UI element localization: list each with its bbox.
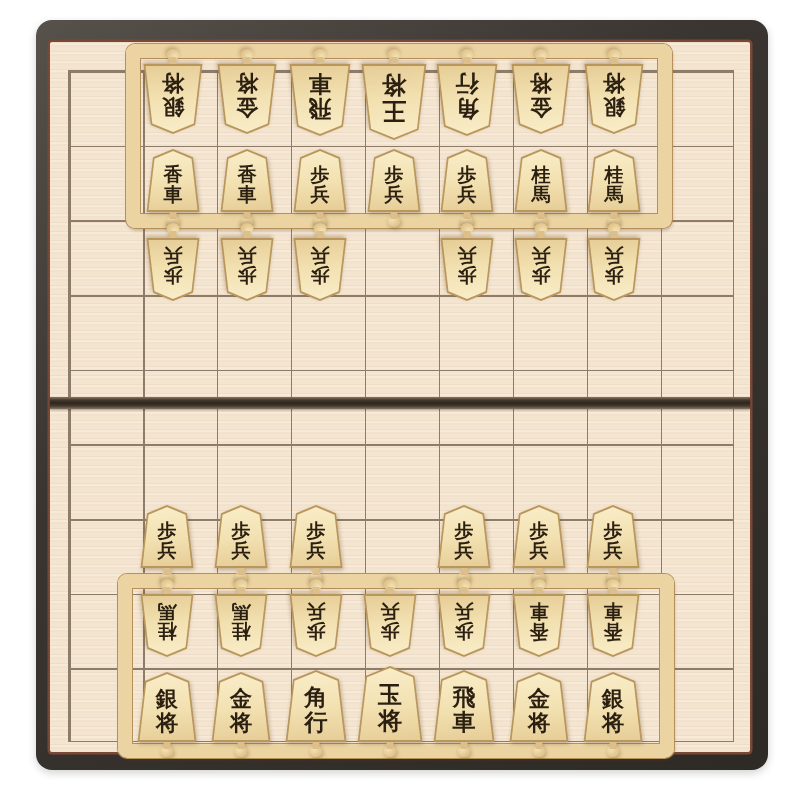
piece-body: 香車 xyxy=(146,149,200,212)
piece-body: 歩兵 xyxy=(363,594,417,657)
shogi-piece[interactable]: 香車 xyxy=(220,149,274,212)
piece-body: 飛車 xyxy=(433,670,495,742)
piece-kanji: 歩兵 xyxy=(164,246,183,286)
piece-body: 銀将 xyxy=(143,64,203,134)
piece-kanji: 歩兵 xyxy=(311,246,330,286)
piece-body: 角行 xyxy=(285,670,347,742)
shogi-piece[interactable]: 飛車 xyxy=(433,670,495,742)
piece-body: 金将 xyxy=(511,64,571,134)
piece-kanji: 金将 xyxy=(230,687,252,734)
piece-kanji: 歩兵 xyxy=(311,164,330,204)
piece-body: 金将 xyxy=(509,672,569,742)
piece-kanji: 金将 xyxy=(530,72,552,119)
piece-kanji: 玉将 xyxy=(378,682,402,733)
shogi-piece[interactable]: 銀将 xyxy=(143,64,203,134)
shogi-piece[interactable]: 桂馬 xyxy=(587,149,641,212)
piece-kanji: 桂馬 xyxy=(232,602,251,642)
piece-kanji: 桂馬 xyxy=(158,602,177,642)
piece-kanji: 銀将 xyxy=(603,72,625,119)
piece-body: 銀将 xyxy=(583,672,643,742)
shogi-piece[interactable]: 王将 xyxy=(361,64,427,140)
shogi-piece[interactable]: 歩兵 xyxy=(587,238,641,301)
piece-kanji: 歩兵 xyxy=(455,520,474,560)
piece-kanji: 歩兵 xyxy=(307,520,326,560)
shogi-piece[interactable]: 香車 xyxy=(146,149,200,212)
piece-body: 桂馬 xyxy=(140,594,194,657)
shogi-piece[interactable]: 歩兵 xyxy=(512,505,566,568)
piece-kanji: 歩兵 xyxy=(605,246,624,286)
piece-body: 銀将 xyxy=(584,64,644,134)
shogi-piece[interactable]: 歩兵 xyxy=(363,594,417,657)
piece-body: 金将 xyxy=(211,672,271,742)
piece-kanji: 歩兵 xyxy=(458,246,477,286)
product-photo: 銀将金将飛車王将角行金将銀将香車香車歩兵歩兵歩兵桂馬桂馬歩兵歩兵歩兵歩兵歩兵歩兵… xyxy=(0,0,800,800)
piece-kanji: 香車 xyxy=(604,602,623,642)
piece-kanji: 歩兵 xyxy=(307,602,326,642)
shogi-piece[interactable]: 歩兵 xyxy=(367,149,421,212)
piece-kanji: 飛車 xyxy=(309,72,332,121)
piece-body: 銀将 xyxy=(137,672,197,742)
piece-body: 角行 xyxy=(436,64,498,136)
shogi-piece[interactable]: 歩兵 xyxy=(214,505,268,568)
piece-body: 香車 xyxy=(220,149,274,212)
piece-body: 歩兵 xyxy=(293,238,347,301)
piece-body: 桂馬 xyxy=(214,594,268,657)
piece-kanji: 香車 xyxy=(164,164,183,204)
shogi-piece[interactable]: 桂馬 xyxy=(214,594,268,657)
piece-kanji: 歩兵 xyxy=(232,520,251,560)
shogi-piece[interactable]: 歩兵 xyxy=(289,505,343,568)
shogi-piece[interactable]: 歩兵 xyxy=(437,505,491,568)
shogi-piece[interactable]: 歩兵 xyxy=(440,149,494,212)
shogi-piece[interactable]: 桂馬 xyxy=(140,594,194,657)
piece-body: 金将 xyxy=(217,64,277,134)
shogi-piece[interactable]: 歩兵 xyxy=(437,594,491,657)
shogi-piece[interactable]: 歩兵 xyxy=(514,238,568,301)
piece-body: 歩兵 xyxy=(140,505,194,568)
piece-body: 歩兵 xyxy=(367,149,421,212)
piece-kanji: 香車 xyxy=(530,602,549,642)
piece-body: 歩兵 xyxy=(437,505,491,568)
piece-body: 歩兵 xyxy=(437,594,491,657)
piece-body: 玉将 xyxy=(357,666,423,742)
piece-kanji: 角行 xyxy=(305,685,328,734)
piece-body: 歩兵 xyxy=(220,238,274,301)
piece-body: 香車 xyxy=(586,594,640,657)
piece-kanji: 金将 xyxy=(236,72,258,119)
piece-body: 歩兵 xyxy=(440,238,494,301)
piece-body: 歩兵 xyxy=(214,505,268,568)
shogi-piece[interactable]: 飛車 xyxy=(289,64,351,136)
shogi-piece[interactable]: 歩兵 xyxy=(140,505,194,568)
shogi-piece[interactable]: 香車 xyxy=(512,594,566,657)
piece-body: 歩兵 xyxy=(440,149,494,212)
shogi-piece[interactable]: 歩兵 xyxy=(293,149,347,212)
piece-body: 桂馬 xyxy=(514,149,568,212)
piece-body: 桂馬 xyxy=(587,149,641,212)
piece-body: 歩兵 xyxy=(289,505,343,568)
piece-body: 歩兵 xyxy=(514,238,568,301)
piece-body: 歩兵 xyxy=(587,238,641,301)
shogi-piece[interactable]: 銀将 xyxy=(583,672,643,742)
shogi-piece[interactable]: 銀将 xyxy=(137,672,197,742)
piece-kanji: 歩兵 xyxy=(238,246,257,286)
shogi-piece[interactable]: 角行 xyxy=(285,670,347,742)
piece-kanji: 歩兵 xyxy=(604,520,623,560)
shogi-piece[interactable]: 金将 xyxy=(211,672,271,742)
piece-kanji: 歩兵 xyxy=(530,520,549,560)
shogi-piece[interactable]: 歩兵 xyxy=(220,238,274,301)
piece-body: 歩兵 xyxy=(289,594,343,657)
piece-kanji: 歩兵 xyxy=(385,164,404,204)
piece-kanji: 歩兵 xyxy=(381,602,400,642)
shogi-piece[interactable]: 歩兵 xyxy=(586,505,640,568)
piece-kanji: 飛車 xyxy=(453,685,476,734)
piece-kanji: 角行 xyxy=(456,72,479,121)
piece-kanji: 銀将 xyxy=(156,687,178,734)
shogi-piece[interactable]: 歩兵 xyxy=(146,238,200,301)
piece-kanji: 歩兵 xyxy=(458,164,477,204)
shogi-piece[interactable]: 玉将 xyxy=(357,666,423,742)
shogi-piece[interactable]: 歩兵 xyxy=(293,238,347,301)
shogi-piece[interactable]: 銀将 xyxy=(584,64,644,134)
fold-seam xyxy=(50,397,750,409)
shogi-piece[interactable]: 金将 xyxy=(217,64,277,134)
shogi-piece[interactable]: 金将 xyxy=(509,672,569,742)
piece-body: 香車 xyxy=(512,594,566,657)
shogi-piece[interactable]: 角行 xyxy=(436,64,498,136)
shogi-piece[interactable]: 歩兵 xyxy=(289,594,343,657)
piece-kanji: 香車 xyxy=(238,164,257,204)
piece-kanji: 桂馬 xyxy=(605,164,624,204)
piece-body: 歩兵 xyxy=(586,505,640,568)
piece-kanji: 歩兵 xyxy=(158,520,177,560)
shogi-piece[interactable]: 金将 xyxy=(511,64,571,134)
shogi-piece[interactable]: 歩兵 xyxy=(440,238,494,301)
piece-body: 飛車 xyxy=(289,64,351,136)
piece-kanji: 王将 xyxy=(382,73,406,124)
piece-kanji: 歩兵 xyxy=(532,246,551,286)
piece-kanji: 金将 xyxy=(528,687,550,734)
shogi-piece[interactable]: 香車 xyxy=(586,594,640,657)
piece-body: 王将 xyxy=(361,64,427,140)
piece-kanji: 桂馬 xyxy=(532,164,551,204)
piece-kanji: 歩兵 xyxy=(455,602,474,642)
piece-body: 歩兵 xyxy=(146,238,200,301)
piece-body: 歩兵 xyxy=(512,505,566,568)
piece-kanji: 銀将 xyxy=(162,72,184,119)
piece-kanji: 銀将 xyxy=(602,687,624,734)
piece-body: 歩兵 xyxy=(293,149,347,212)
shogi-piece[interactable]: 桂馬 xyxy=(514,149,568,212)
